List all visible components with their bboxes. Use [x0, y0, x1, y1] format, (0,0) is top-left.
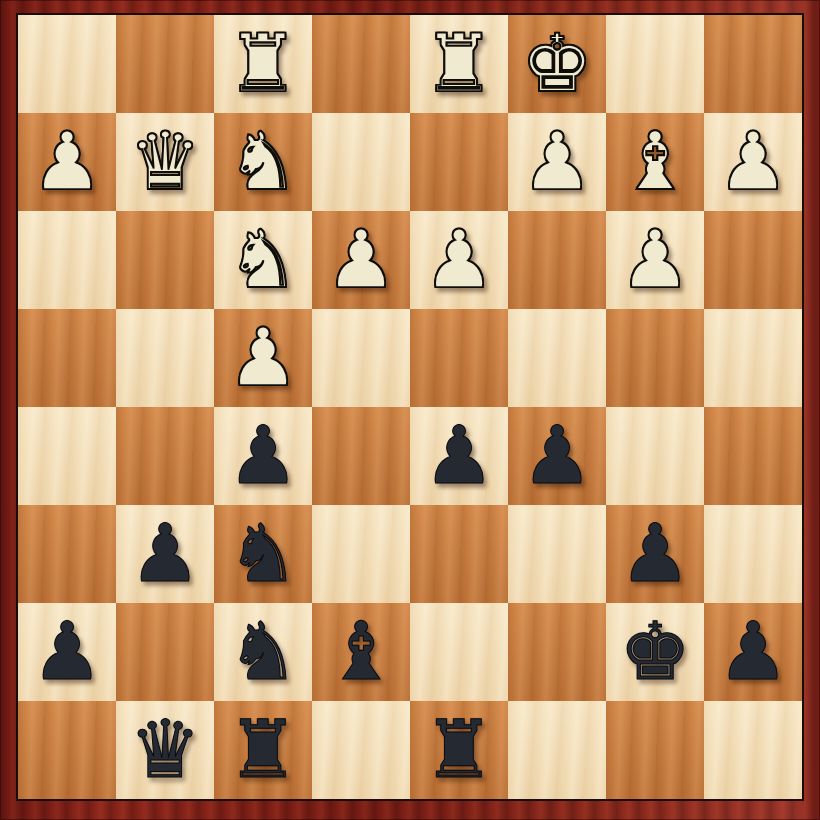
- square-c2[interactable]: ♟: [508, 113, 606, 211]
- square-f5[interactable]: ♟: [214, 407, 312, 505]
- square-g5[interactable]: [116, 407, 214, 505]
- square-f8[interactable]: ♜: [214, 701, 312, 799]
- square-c4[interactable]: [508, 309, 606, 407]
- square-b1[interactable]: [606, 15, 704, 113]
- black-queen-g8-piece: ♛: [129, 701, 201, 799]
- black-pawn-h7-piece: ♟: [31, 603, 103, 701]
- white-pawn-h2-piece: ♟: [31, 113, 103, 211]
- square-b6[interactable]: ♟: [606, 505, 704, 603]
- square-e7[interactable]: ♝: [312, 603, 410, 701]
- square-a2[interactable]: ♟: [704, 113, 802, 211]
- square-g7[interactable]: [116, 603, 214, 701]
- square-f2[interactable]: ♞: [214, 113, 312, 211]
- square-e3[interactable]: ♟: [312, 211, 410, 309]
- white-king-c1-piece: ♚: [521, 15, 593, 113]
- black-pawn-a7-piece: ♟: [717, 603, 789, 701]
- black-pawn-f5-piece: ♟: [227, 407, 299, 505]
- black-rook-d8-piece: ♜: [423, 701, 495, 799]
- black-knight-f6-piece: ♞: [227, 505, 299, 603]
- square-f1[interactable]: ♜: [214, 15, 312, 113]
- square-d1[interactable]: ♜: [410, 15, 508, 113]
- white-knight-f2-piece: ♞: [227, 113, 299, 211]
- black-king-b7-piece: ♚: [619, 603, 691, 701]
- square-g2[interactable]: ♛: [116, 113, 214, 211]
- black-pawn-g6-piece: ♟: [129, 505, 201, 603]
- square-c7[interactable]: [508, 603, 606, 701]
- square-b8[interactable]: [606, 701, 704, 799]
- board-border-line: ♜♜♚♟♛♞♟♝♟♞♟♟♟♟♟♟♟♟♞♟♟♞♝♚♟♛♜♜: [16, 13, 804, 801]
- square-d2[interactable]: [410, 113, 508, 211]
- black-knight-f7-piece: ♞: [227, 603, 299, 701]
- white-pawn-e3-piece: ♟: [325, 211, 397, 309]
- square-b4[interactable]: [606, 309, 704, 407]
- square-g8[interactable]: ♛: [116, 701, 214, 799]
- white-rook-d1-piece: ♜: [423, 15, 495, 113]
- square-d5[interactable]: ♟: [410, 407, 508, 505]
- black-bishop-e7-piece: ♝: [325, 603, 397, 701]
- square-d6[interactable]: [410, 505, 508, 603]
- black-pawn-d5-piece: ♟: [423, 407, 495, 505]
- square-a1[interactable]: [704, 15, 802, 113]
- square-h8[interactable]: [18, 701, 116, 799]
- square-h2[interactable]: ♟: [18, 113, 116, 211]
- board-frame: ♜♜♚♟♛♞♟♝♟♞♟♟♟♟♟♟♟♟♞♟♟♞♝♚♟♛♜♜: [0, 0, 820, 820]
- white-bishop-b2-piece: ♝: [619, 113, 691, 211]
- square-e1[interactable]: [312, 15, 410, 113]
- white-pawn-d3-piece: ♟: [423, 211, 495, 309]
- square-b5[interactable]: [606, 407, 704, 505]
- white-knight-f3-piece: ♞: [227, 211, 299, 309]
- square-a7[interactable]: ♟: [704, 603, 802, 701]
- square-c5[interactable]: ♟: [508, 407, 606, 505]
- square-h7[interactable]: ♟: [18, 603, 116, 701]
- white-queen-g2-piece: ♛: [129, 113, 201, 211]
- white-pawn-a2-piece: ♟: [717, 113, 789, 211]
- square-d7[interactable]: [410, 603, 508, 701]
- square-e2[interactable]: [312, 113, 410, 211]
- square-b3[interactable]: ♟: [606, 211, 704, 309]
- square-a8[interactable]: [704, 701, 802, 799]
- square-f3[interactable]: ♞: [214, 211, 312, 309]
- square-h5[interactable]: [18, 407, 116, 505]
- square-f7[interactable]: ♞: [214, 603, 312, 701]
- black-pawn-c5-piece: ♟: [521, 407, 593, 505]
- square-c1[interactable]: ♚: [508, 15, 606, 113]
- square-a5[interactable]: [704, 407, 802, 505]
- chess-board: ♜♜♚♟♛♞♟♝♟♞♟♟♟♟♟♟♟♟♞♟♟♞♝♚♟♛♜♜: [18, 15, 802, 799]
- square-g3[interactable]: [116, 211, 214, 309]
- square-a4[interactable]: [704, 309, 802, 407]
- square-h3[interactable]: [18, 211, 116, 309]
- square-h6[interactable]: [18, 505, 116, 603]
- square-f6[interactable]: ♞: [214, 505, 312, 603]
- square-c6[interactable]: [508, 505, 606, 603]
- black-rook-f8-piece: ♜: [227, 701, 299, 799]
- square-a3[interactable]: [704, 211, 802, 309]
- square-g1[interactable]: [116, 15, 214, 113]
- white-rook-f1-piece: ♜: [227, 15, 299, 113]
- square-h1[interactable]: [18, 15, 116, 113]
- square-c3[interactable]: [508, 211, 606, 309]
- square-e8[interactable]: [312, 701, 410, 799]
- square-b2[interactable]: ♝: [606, 113, 704, 211]
- square-d8[interactable]: ♜: [410, 701, 508, 799]
- square-e6[interactable]: [312, 505, 410, 603]
- black-pawn-b6-piece: ♟: [619, 505, 691, 603]
- square-h4[interactable]: [18, 309, 116, 407]
- white-pawn-c2-piece: ♟: [521, 113, 593, 211]
- square-g4[interactable]: [116, 309, 214, 407]
- square-e4[interactable]: [312, 309, 410, 407]
- square-d3[interactable]: ♟: [410, 211, 508, 309]
- square-e5[interactable]: [312, 407, 410, 505]
- square-c8[interactable]: [508, 701, 606, 799]
- square-d4[interactable]: [410, 309, 508, 407]
- square-b7[interactable]: ♚: [606, 603, 704, 701]
- white-pawn-f4-piece: ♟: [227, 309, 299, 407]
- white-pawn-b3-piece: ♟: [619, 211, 691, 309]
- square-a6[interactable]: [704, 505, 802, 603]
- square-g6[interactable]: ♟: [116, 505, 214, 603]
- square-f4[interactable]: ♟: [214, 309, 312, 407]
